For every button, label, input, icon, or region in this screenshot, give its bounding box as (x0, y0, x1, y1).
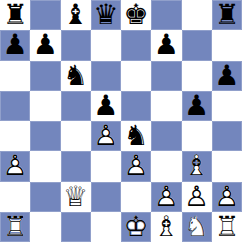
black-knight-icon: ♞ (61, 61, 91, 91)
square-c3[interactable] (61, 151, 91, 181)
piece-fill-layer: ♟ (30, 30, 60, 60)
black-pawn-icon: ♟ (212, 61, 242, 91)
square-c4[interactable] (61, 121, 91, 151)
piece-outline-layer: ♗ (182, 151, 212, 181)
square-g8[interactable] (182, 0, 212, 30)
white-pawn-icon: ♟♙ (212, 182, 242, 212)
square-b7[interactable]: ♟ (30, 30, 60, 60)
black-rook-icon: ♜ (0, 0, 30, 30)
square-e3[interactable]: ♟♙ (121, 151, 151, 181)
square-a2[interactable] (0, 182, 30, 212)
square-h2[interactable]: ♟♙ (212, 182, 242, 212)
piece-outline-layer: ♙ (151, 182, 181, 212)
square-g3[interactable]: ♝♗ (182, 151, 212, 181)
square-b3[interactable] (30, 151, 60, 181)
piece-outline-layer: ♔ (121, 212, 151, 242)
square-b5[interactable] (30, 91, 60, 121)
square-h6[interactable]: ♟ (212, 61, 242, 91)
square-h5[interactable] (212, 91, 242, 121)
piece-fill-layer: ♟ (0, 30, 30, 60)
square-f4[interactable] (151, 121, 181, 151)
square-d5[interactable]: ♟ (91, 91, 121, 121)
square-h3[interactable] (212, 151, 242, 181)
white-pawn-icon: ♟♙ (151, 182, 181, 212)
square-f5[interactable] (151, 91, 181, 121)
white-pawn-icon: ♟♙ (121, 151, 151, 181)
black-pawn-icon: ♟ (91, 91, 121, 121)
white-rook-icon: ♜♖ (0, 212, 30, 242)
square-e1[interactable]: ♚♔ (121, 212, 151, 242)
black-pawn-icon: ♟ (30, 30, 60, 60)
piece-outline-layer: ♖ (212, 212, 242, 242)
square-g4[interactable] (182, 121, 212, 151)
square-e6[interactable] (121, 61, 151, 91)
square-g1[interactable]: ♞♘ (182, 212, 212, 242)
piece-fill-layer: ♟ (182, 91, 212, 121)
chess-board: ♜♝♛♚♜♟♟♟♞♟♟♟♟♙♞♟♙♟♙♝♗♛♕♟♙♟♙♟♙♜♖♚♔♝♗♞♘♜♖ (0, 0, 242, 242)
square-b2[interactable] (30, 182, 60, 212)
square-a4[interactable] (0, 121, 30, 151)
piece-fill-layer: ♛ (91, 0, 121, 30)
square-h8[interactable]: ♜ (212, 0, 242, 30)
square-f6[interactable] (151, 61, 181, 91)
square-c8[interactable]: ♝ (61, 0, 91, 30)
white-bishop-icon: ♝♗ (182, 151, 212, 181)
square-f7[interactable]: ♟ (151, 30, 181, 60)
square-g7[interactable] (182, 30, 212, 60)
black-pawn-icon: ♟ (182, 91, 212, 121)
square-d2[interactable] (91, 182, 121, 212)
white-queen-icon: ♛♕ (61, 182, 91, 212)
square-g2[interactable]: ♟♙ (182, 182, 212, 212)
black-bishop-icon: ♝ (61, 0, 91, 30)
piece-fill-layer: ♟ (212, 61, 242, 91)
square-d1[interactable] (91, 212, 121, 242)
white-bishop-icon: ♝♗ (151, 212, 181, 242)
square-h4[interactable] (212, 121, 242, 151)
black-rook-icon: ♜ (212, 0, 242, 30)
square-g5[interactable]: ♟ (182, 91, 212, 121)
piece-outline-layer: ♙ (182, 182, 212, 212)
square-d3[interactable] (91, 151, 121, 181)
piece-outline-layer: ♙ (212, 182, 242, 212)
square-a5[interactable] (0, 91, 30, 121)
square-a7[interactable]: ♟ (0, 30, 30, 60)
black-king-icon: ♚ (121, 0, 151, 30)
piece-fill-layer: ♟ (151, 30, 181, 60)
square-a3[interactable]: ♟♙ (0, 151, 30, 181)
piece-fill-layer: ♟ (91, 91, 121, 121)
piece-outline-layer: ♖ (0, 212, 30, 242)
square-b1[interactable] (30, 212, 60, 242)
square-f8[interactable] (151, 0, 181, 30)
square-a1[interactable]: ♜♖ (0, 212, 30, 242)
piece-fill-layer: ♝ (61, 0, 91, 30)
square-d8[interactable]: ♛ (91, 0, 121, 30)
piece-outline-layer: ♕ (61, 182, 91, 212)
square-h1[interactable]: ♜♖ (212, 212, 242, 242)
piece-fill-layer: ♞ (61, 61, 91, 91)
square-d6[interactable] (91, 61, 121, 91)
square-c2[interactable]: ♛♕ (61, 182, 91, 212)
black-knight-icon: ♞ (121, 121, 151, 151)
piece-fill-layer: ♚ (121, 0, 151, 30)
piece-outline-layer: ♘ (182, 212, 212, 242)
square-e5[interactable] (121, 91, 151, 121)
piece-outline-layer: ♙ (91, 121, 121, 151)
white-pawn-icon: ♟♙ (91, 121, 121, 151)
square-f3[interactable] (151, 151, 181, 181)
square-d4[interactable]: ♟♙ (91, 121, 121, 151)
square-c7[interactable] (61, 30, 91, 60)
square-e2[interactable] (121, 182, 151, 212)
white-king-icon: ♚♔ (121, 212, 151, 242)
square-b6[interactable] (30, 61, 60, 91)
piece-outline-layer: ♙ (0, 151, 30, 181)
white-pawn-icon: ♟♙ (0, 151, 30, 181)
piece-fill-layer: ♜ (0, 0, 30, 30)
square-e7[interactable] (121, 30, 151, 60)
square-c6[interactable]: ♞ (61, 61, 91, 91)
white-knight-icon: ♞♘ (182, 212, 212, 242)
square-c1[interactable] (61, 212, 91, 242)
square-e8[interactable]: ♚ (121, 0, 151, 30)
square-f2[interactable]: ♟♙ (151, 182, 181, 212)
black-pawn-icon: ♟ (151, 30, 181, 60)
square-h7[interactable] (212, 30, 242, 60)
square-b8[interactable] (30, 0, 60, 30)
square-c5[interactable] (61, 91, 91, 121)
piece-fill-layer: ♜ (212, 0, 242, 30)
white-pawn-icon: ♟♙ (182, 182, 212, 212)
square-a6[interactable] (0, 61, 30, 91)
square-a8[interactable]: ♜ (0, 0, 30, 30)
square-b4[interactable] (30, 121, 60, 151)
white-rook-icon: ♜♖ (212, 212, 242, 242)
piece-outline-layer: ♗ (151, 212, 181, 242)
square-e4[interactable]: ♞ (121, 121, 151, 151)
black-queen-icon: ♛ (91, 0, 121, 30)
piece-fill-layer: ♞ (121, 121, 151, 151)
black-pawn-icon: ♟ (0, 30, 30, 60)
square-f1[interactable]: ♝♗ (151, 212, 181, 242)
piece-outline-layer: ♙ (121, 151, 151, 181)
square-g6[interactable] (182, 61, 212, 91)
square-d7[interactable] (91, 30, 121, 60)
